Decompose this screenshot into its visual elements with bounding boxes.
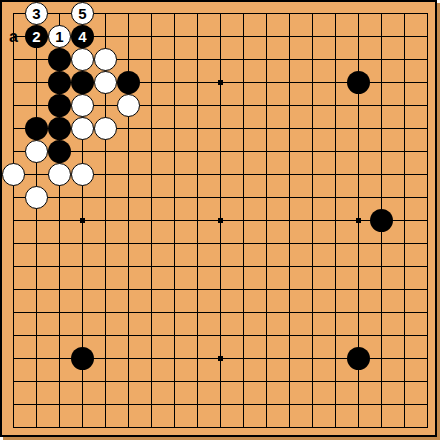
star-point — [218, 356, 223, 361]
star-point — [80, 218, 85, 223]
white-stone — [94, 117, 117, 140]
grid-line — [13, 243, 428, 244]
black-stone — [347, 347, 370, 370]
white-stone-move-1: 1 — [48, 25, 71, 48]
star-point — [356, 218, 361, 223]
white-stone — [25, 140, 48, 163]
grid-line — [13, 312, 428, 313]
white-stone-move-3: 3 — [25, 2, 48, 25]
grid-line — [13, 289, 428, 290]
grid-line — [427, 13, 428, 428]
black-stone — [25, 117, 48, 140]
move-number: 5 — [78, 6, 86, 21]
move-number: 4 — [78, 29, 86, 44]
black-stone — [117, 71, 140, 94]
white-stone — [25, 186, 48, 209]
page: 35214a — [0, 0, 441, 441]
black-stone — [71, 71, 94, 94]
grid-line — [312, 13, 313, 428]
grid-line — [13, 381, 428, 382]
black-stone — [48, 48, 71, 71]
move-number: 3 — [32, 6, 40, 21]
grid-line — [13, 404, 428, 405]
black-stone — [347, 71, 370, 94]
white-stone — [94, 71, 117, 94]
white-stone — [48, 163, 71, 186]
white-stone — [2, 163, 25, 186]
move-number: 2 — [32, 29, 40, 44]
white-stone — [71, 117, 94, 140]
grid-line — [335, 13, 336, 428]
black-stone — [48, 71, 71, 94]
black-stone — [48, 117, 71, 140]
black-stone-move-2: 2 — [25, 25, 48, 48]
black-stone-move-4: 4 — [71, 25, 94, 48]
black-stone — [71, 347, 94, 370]
grid-line — [266, 13, 267, 428]
grid-line — [404, 13, 405, 428]
grid-line — [13, 427, 428, 428]
black-stone — [370, 209, 393, 232]
white-stone — [94, 48, 117, 71]
grid-line — [13, 266, 428, 267]
point-label-a: a — [2, 25, 25, 48]
black-stone — [48, 140, 71, 163]
move-number: 1 — [55, 29, 63, 44]
white-stone-move-5: 5 — [71, 2, 94, 25]
white-stone — [117, 94, 140, 117]
star-point — [218, 80, 223, 85]
star-point — [218, 218, 223, 223]
white-stone — [71, 94, 94, 117]
black-stone — [48, 94, 71, 117]
grid-line — [289, 13, 290, 428]
grid-line — [13, 335, 428, 336]
grid-line — [243, 13, 244, 428]
white-stone — [71, 163, 94, 186]
white-stone — [71, 48, 94, 71]
